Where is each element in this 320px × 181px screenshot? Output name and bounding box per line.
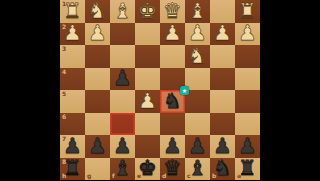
square-g1[interactable]: ♞ xyxy=(85,0,110,23)
white-queen-d1[interactable]: ♛ xyxy=(160,0,185,23)
square-c7[interactable]: ♟ xyxy=(185,135,210,158)
square-h1[interactable]: 1♜ xyxy=(60,0,85,23)
file-label-b: b xyxy=(212,173,216,179)
square-h7[interactable]: 7♟ xyxy=(60,135,85,158)
white-pawn-a2[interactable]: ♟ xyxy=(235,23,260,46)
square-a8[interactable]: a♜ xyxy=(235,158,260,181)
square-f5[interactable] xyxy=(110,90,135,113)
square-c8[interactable]: c♝ xyxy=(185,158,210,181)
square-b4[interactable] xyxy=(210,68,235,91)
square-d8[interactable]: d♛ xyxy=(160,158,185,181)
square-d6[interactable] xyxy=(160,113,185,136)
square-f6[interactable] xyxy=(110,113,135,136)
square-d2[interactable]: ♟ xyxy=(160,23,185,46)
square-b5[interactable] xyxy=(210,90,235,113)
star-icon: ★ xyxy=(182,88,187,94)
white-pawn-g2[interactable]: ♟ xyxy=(85,23,110,46)
square-f2[interactable] xyxy=(110,23,135,46)
file-label-e: e xyxy=(137,173,141,179)
file-label-f: f xyxy=(112,173,115,179)
white-pawn-e5[interactable]: ♟ xyxy=(135,90,160,113)
white-bishop-c1[interactable]: ♝ xyxy=(185,0,210,23)
black-pawn-f7[interactable]: ♟ xyxy=(110,135,135,158)
square-g6[interactable] xyxy=(85,113,110,136)
square-c2[interactable]: ♟ xyxy=(185,23,210,46)
square-f4[interactable]: ♟ xyxy=(110,68,135,91)
black-pawn-b7[interactable]: ♟ xyxy=(210,135,235,158)
white-pawn-b2[interactable]: ♟ xyxy=(210,23,235,46)
square-a5[interactable] xyxy=(235,90,260,113)
square-f7[interactable]: ♟ xyxy=(110,135,135,158)
square-g7[interactable]: ♟ xyxy=(85,135,110,158)
square-f3[interactable] xyxy=(110,45,135,68)
square-g8[interactable]: g xyxy=(85,158,110,181)
square-b3[interactable] xyxy=(210,45,235,68)
square-d1[interactable]: ♛ xyxy=(160,0,185,23)
square-e6[interactable] xyxy=(135,113,160,136)
rank-label-5: 5 xyxy=(62,91,66,97)
square-h3[interactable]: 3 xyxy=(60,45,85,68)
square-h5[interactable]: 5 xyxy=(60,90,85,113)
square-b6[interactable] xyxy=(210,113,235,136)
white-pawn-d2[interactable]: ♟ xyxy=(160,23,185,46)
rank-label-3: 3 xyxy=(62,46,66,52)
square-c3[interactable]: ♞ xyxy=(185,45,210,68)
square-e2[interactable] xyxy=(135,23,160,46)
file-label-c: c xyxy=(187,173,191,179)
square-a3[interactable] xyxy=(235,45,260,68)
rank-label-7: 7 xyxy=(62,136,66,142)
square-a2[interactable]: ♟ xyxy=(235,23,260,46)
square-d5[interactable]: ♞★ xyxy=(160,90,185,113)
square-d7[interactable]: ♟ xyxy=(160,135,185,158)
square-c1[interactable]: ♝ xyxy=(185,0,210,23)
black-pawn-a7[interactable]: ♟ xyxy=(235,135,260,158)
square-h8[interactable]: 8h♜ xyxy=(60,158,85,181)
square-d3[interactable] xyxy=(160,45,185,68)
square-e7[interactable] xyxy=(135,135,160,158)
square-g4[interactable] xyxy=(85,68,110,91)
square-b2[interactable]: ♟ xyxy=(210,23,235,46)
square-e3[interactable] xyxy=(135,45,160,68)
rank-label-8: 8 xyxy=(62,159,66,165)
square-e1[interactable]: ♚ xyxy=(135,0,160,23)
square-a4[interactable] xyxy=(235,68,260,91)
square-f8[interactable]: f♝ xyxy=(110,158,135,181)
square-b8[interactable]: b♞ xyxy=(210,158,235,181)
square-g5[interactable] xyxy=(85,90,110,113)
chess-board: 1♜♞♝♚♛♝♜2♟♟♟♟♟♟3♞4♟5♟♞★67♟♟♟♟♟♟♟8h♜gf♝e♚… xyxy=(60,0,260,180)
square-h6[interactable]: 6 xyxy=(60,113,85,136)
square-g3[interactable] xyxy=(85,45,110,68)
move-quality-badge: ★ xyxy=(180,86,189,95)
white-knight-g1[interactable]: ♞ xyxy=(85,0,110,23)
square-c6[interactable] xyxy=(185,113,210,136)
file-label-d: d xyxy=(162,173,166,179)
rank-label-4: 4 xyxy=(62,69,66,75)
white-king-e1[interactable]: ♚ xyxy=(135,0,160,23)
square-h2[interactable]: 2♟ xyxy=(60,23,85,46)
square-e5[interactable]: ♟ xyxy=(135,90,160,113)
black-pawn-f4[interactable]: ♟ xyxy=(110,68,135,91)
black-pawn-g7[interactable]: ♟ xyxy=(85,135,110,158)
rank-label-2: 2 xyxy=(62,24,66,30)
white-bishop-f1[interactable]: ♝ xyxy=(110,0,135,23)
white-rook-a1[interactable]: ♜ xyxy=(235,0,260,23)
black-pawn-c7[interactable]: ♟ xyxy=(185,135,210,158)
square-f1[interactable]: ♝ xyxy=(110,0,135,23)
white-knight-c3[interactable]: ♞ xyxy=(185,45,210,68)
rank-label-6: 6 xyxy=(62,114,66,120)
square-b1[interactable] xyxy=(210,0,235,23)
square-a7[interactable]: ♟ xyxy=(235,135,260,158)
file-label-g: g xyxy=(87,173,91,179)
square-e4[interactable] xyxy=(135,68,160,91)
rank-label-1: 1 xyxy=(62,1,66,7)
square-e8[interactable]: e♚ xyxy=(135,158,160,181)
square-h4[interactable]: 4 xyxy=(60,68,85,91)
square-a6[interactable] xyxy=(235,113,260,136)
square-g2[interactable]: ♟ xyxy=(85,23,110,46)
file-label-a: a xyxy=(237,173,241,179)
white-pawn-c2[interactable]: ♟ xyxy=(185,23,210,46)
square-a1[interactable]: ♜ xyxy=(235,0,260,23)
black-pawn-d7[interactable]: ♟ xyxy=(160,135,185,158)
square-b7[interactable]: ♟ xyxy=(210,135,235,158)
file-label-h: h xyxy=(62,173,66,179)
